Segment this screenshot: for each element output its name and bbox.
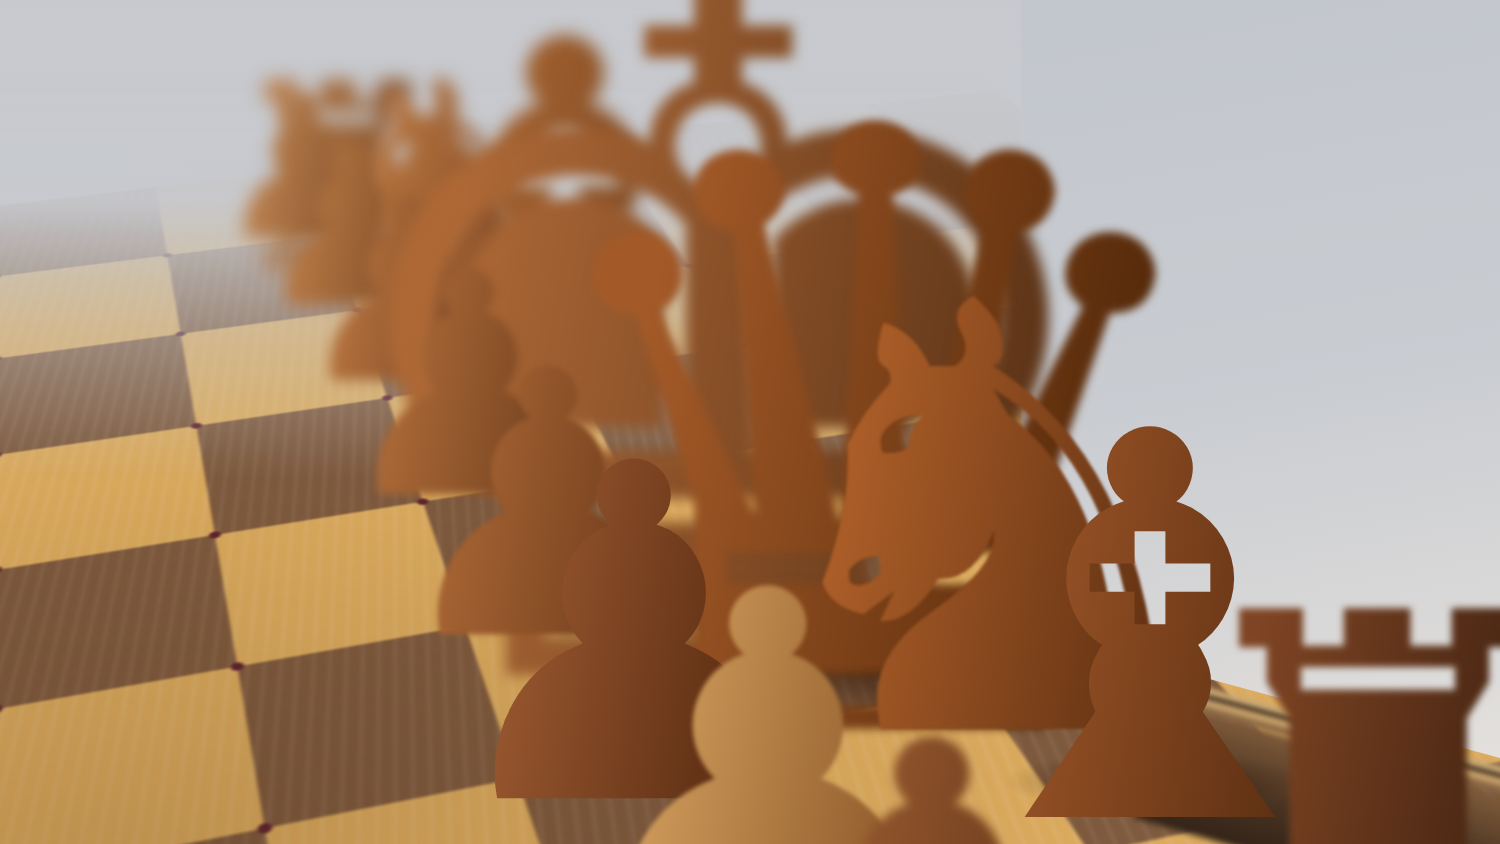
piece-pawn-1: ♟ <box>720 682 1143 844</box>
piece-rook-near: ♜ <box>1157 551 1500 844</box>
rook-glyph: ♜ <box>1157 551 1500 844</box>
pawn-glyph: ♟ <box>720 682 1143 844</box>
chess-set-photo: ♜♟♞♟♝♟♚♟♛♟♞♝♜♟♟♟ <box>0 0 1500 844</box>
